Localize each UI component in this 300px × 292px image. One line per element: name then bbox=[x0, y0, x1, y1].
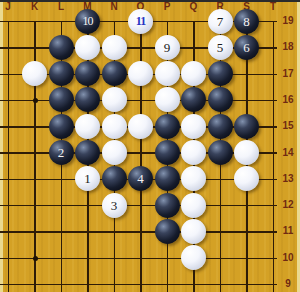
row-label-15: 15 bbox=[278, 120, 298, 132]
row-label-9: 9 bbox=[278, 278, 298, 290]
row-label-11: 11 bbox=[278, 225, 298, 237]
black-stone-L17[interactable] bbox=[49, 61, 74, 86]
board-left-edge bbox=[0, 2, 3, 292]
white-stone-Q15[interactable] bbox=[181, 114, 206, 139]
white-stone-R18[interactable]: 5 bbox=[208, 35, 233, 60]
black-stone-S15[interactable] bbox=[234, 114, 259, 139]
white-stone-Q11[interactable] bbox=[181, 219, 206, 244]
move-number-label: 7 bbox=[217, 15, 224, 28]
white-stone-O17[interactable] bbox=[128, 61, 153, 86]
white-stone-Q17[interactable] bbox=[181, 61, 206, 86]
col-label-L: L bbox=[51, 1, 71, 13]
white-stone-K17[interactable] bbox=[22, 61, 47, 86]
black-stone-R14[interactable] bbox=[208, 140, 233, 165]
black-stone-P15[interactable] bbox=[155, 114, 180, 139]
row-label-14: 14 bbox=[278, 147, 298, 159]
move-number-label: 1 bbox=[84, 172, 91, 185]
white-stone-N16[interactable] bbox=[102, 87, 127, 112]
black-stone-L16[interactable] bbox=[49, 87, 74, 112]
row-label-19: 19 bbox=[278, 15, 298, 27]
black-stone-L15[interactable] bbox=[49, 114, 74, 139]
star-point-K16 bbox=[33, 98, 38, 103]
row-label-17: 17 bbox=[278, 68, 298, 80]
move-number-label: 9 bbox=[164, 41, 171, 54]
black-stone-P12[interactable] bbox=[155, 193, 180, 218]
white-stone-O15[interactable] bbox=[128, 114, 153, 139]
white-stone-M18[interactable] bbox=[75, 35, 100, 60]
col-label-N: N bbox=[104, 1, 124, 13]
black-stone-S18[interactable]: 6 bbox=[234, 35, 259, 60]
black-stone-P14[interactable] bbox=[155, 140, 180, 165]
black-stone-P13[interactable] bbox=[155, 166, 180, 191]
white-stone-Q12[interactable] bbox=[181, 193, 206, 218]
black-stone-S19[interactable]: 8 bbox=[234, 9, 259, 34]
row-label-13: 13 bbox=[278, 173, 298, 185]
white-stone-N12[interactable]: 3 bbox=[102, 193, 127, 218]
black-stone-R15[interactable] bbox=[208, 114, 233, 139]
black-stone-M19[interactable]: 10 bbox=[75, 9, 100, 34]
move-number-label: 4 bbox=[137, 172, 144, 185]
white-stone-O19[interactable]: 11 bbox=[128, 9, 153, 34]
move-number-label: 6 bbox=[243, 41, 250, 54]
star-point-K10 bbox=[33, 256, 38, 261]
black-stone-L18[interactable] bbox=[49, 35, 74, 60]
row-label-18: 18 bbox=[278, 41, 298, 53]
col-label-P: P bbox=[157, 1, 177, 13]
white-stone-R19[interactable]: 7 bbox=[208, 9, 233, 34]
black-stone-M14[interactable] bbox=[75, 140, 100, 165]
black-stone-N17[interactable] bbox=[102, 61, 127, 86]
black-stone-R16[interactable] bbox=[208, 87, 233, 112]
move-number-label: 11 bbox=[136, 15, 145, 28]
row-label-16: 16 bbox=[278, 94, 298, 106]
move-number-label: 2 bbox=[58, 146, 65, 159]
go-board[interactable]: JKLMNOPQRST 191817161514131211109 101178… bbox=[0, 0, 300, 292]
white-stone-N15[interactable] bbox=[102, 114, 127, 139]
col-label-J: J bbox=[0, 1, 18, 13]
black-stone-L14[interactable]: 2 bbox=[49, 140, 74, 165]
white-stone-S14[interactable] bbox=[234, 140, 259, 165]
move-number-label: 3 bbox=[111, 199, 118, 212]
col-label-T: T bbox=[263, 1, 283, 13]
move-number-label: 10 bbox=[83, 15, 93, 28]
white-stone-Q14[interactable] bbox=[181, 140, 206, 165]
white-stone-P17[interactable] bbox=[155, 61, 180, 86]
white-stone-M15[interactable] bbox=[75, 114, 100, 139]
black-stone-N13[interactable] bbox=[102, 166, 127, 191]
row-label-10: 10 bbox=[278, 252, 298, 264]
white-stone-N18[interactable] bbox=[102, 35, 127, 60]
col-label-Q: Q bbox=[184, 1, 204, 13]
white-stone-P16[interactable] bbox=[155, 87, 180, 112]
row-label-12: 12 bbox=[278, 199, 298, 211]
black-stone-R17[interactable] bbox=[208, 61, 233, 86]
move-number-label: 8 bbox=[243, 15, 250, 28]
col-label-K: K bbox=[25, 1, 45, 13]
black-stone-M17[interactable] bbox=[75, 61, 100, 86]
white-stone-N14[interactable] bbox=[102, 140, 127, 165]
white-stone-P18[interactable]: 9 bbox=[155, 35, 180, 60]
move-number-label: 5 bbox=[217, 41, 224, 54]
black-stone-P11[interactable] bbox=[155, 219, 180, 244]
